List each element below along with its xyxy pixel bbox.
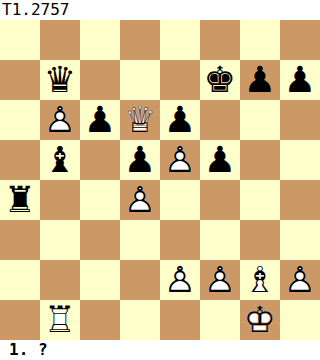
- square-a1[interactable]: [0, 300, 40, 340]
- square-a3[interactable]: [0, 220, 40, 260]
- piece-outline-layer: ♙: [160, 260, 200, 300]
- piece-outline-layer: ♗: [240, 260, 280, 300]
- piece-black-pawn: ♟: [80, 100, 120, 140]
- square-g5[interactable]: [240, 140, 280, 180]
- square-b4[interactable]: [40, 180, 80, 220]
- piece-white-king: ♚♔: [240, 300, 280, 340]
- square-e4[interactable]: [160, 180, 200, 220]
- piece-white-pawn: ♟♙: [160, 260, 200, 300]
- square-g3[interactable]: [240, 220, 280, 260]
- square-f6[interactable]: [200, 100, 240, 140]
- piece-glyph: ♟: [120, 140, 160, 180]
- piece-outline-layer: ♙: [160, 140, 200, 180]
- piece-outline-layer: ♕: [120, 100, 160, 140]
- piece-glyph: ♝: [40, 140, 80, 180]
- piece-glyph: ♟: [160, 100, 200, 140]
- square-c1[interactable]: [80, 300, 120, 340]
- square-f5[interactable]: ♟: [200, 140, 240, 180]
- square-d8[interactable]: [120, 20, 160, 60]
- square-d6[interactable]: ♛♕: [120, 100, 160, 140]
- square-b8[interactable]: [40, 20, 80, 60]
- square-e8[interactable]: [160, 20, 200, 60]
- piece-glyph: ♛: [40, 60, 80, 100]
- square-g6[interactable]: [240, 100, 280, 140]
- piece-white-pawn: ♟♙: [120, 180, 160, 220]
- move-prompt: 1. ?: [9, 340, 48, 360]
- piece-black-pawn: ♟: [280, 60, 320, 100]
- square-d3[interactable]: [120, 220, 160, 260]
- piece-outline-layer: ♙: [120, 180, 160, 220]
- piece-white-pawn: ♟♙: [160, 140, 200, 180]
- square-c5[interactable]: [80, 140, 120, 180]
- square-h7[interactable]: ♟: [280, 60, 320, 100]
- square-d7[interactable]: [120, 60, 160, 100]
- square-e2[interactable]: ♟♙: [160, 260, 200, 300]
- square-g8[interactable]: [240, 20, 280, 60]
- piece-outline-layer: ♙: [40, 100, 80, 140]
- square-b2[interactable]: [40, 260, 80, 300]
- square-a4[interactable]: ♜: [0, 180, 40, 220]
- square-a2[interactable]: [0, 260, 40, 300]
- piece-white-pawn: ♟♙: [200, 260, 240, 300]
- square-c6[interactable]: ♟: [80, 100, 120, 140]
- square-d1[interactable]: [120, 300, 160, 340]
- piece-glyph: ♜: [0, 180, 40, 220]
- square-d4[interactable]: ♟♙: [120, 180, 160, 220]
- square-g2[interactable]: ♝♗: [240, 260, 280, 300]
- puzzle-id: T1.2757: [2, 0, 69, 20]
- square-f4[interactable]: [200, 180, 240, 220]
- piece-outline-layer: ♙: [280, 260, 320, 300]
- piece-black-bishop: ♝: [40, 140, 80, 180]
- square-f8[interactable]: [200, 20, 240, 60]
- square-c2[interactable]: [80, 260, 120, 300]
- square-b5[interactable]: ♝: [40, 140, 80, 180]
- square-b6[interactable]: ♟♙: [40, 100, 80, 140]
- square-f1[interactable]: [200, 300, 240, 340]
- square-a6[interactable]: [0, 100, 40, 140]
- piece-glyph: ♟: [200, 140, 240, 180]
- piece-black-rook: ♜: [0, 180, 40, 220]
- square-d5[interactable]: ♟: [120, 140, 160, 180]
- piece-black-king: ♚: [200, 60, 240, 100]
- piece-white-pawn: ♟♙: [40, 100, 80, 140]
- piece-black-pawn: ♟: [200, 140, 240, 180]
- square-g1[interactable]: ♚♔: [240, 300, 280, 340]
- square-g4[interactable]: [240, 180, 280, 220]
- piece-black-pawn: ♟: [240, 60, 280, 100]
- square-b3[interactable]: [40, 220, 80, 260]
- piece-outline-layer: ♖: [40, 300, 80, 340]
- square-h6[interactable]: [280, 100, 320, 140]
- piece-outline-layer: ♔: [240, 300, 280, 340]
- square-g7[interactable]: ♟: [240, 60, 280, 100]
- piece-glyph: ♟: [240, 60, 280, 100]
- square-f2[interactable]: ♟♙: [200, 260, 240, 300]
- square-h2[interactable]: ♟♙: [280, 260, 320, 300]
- piece-black-pawn: ♟: [160, 100, 200, 140]
- piece-white-queen: ♛♕: [120, 100, 160, 140]
- square-e1[interactable]: [160, 300, 200, 340]
- piece-outline-layer: ♙: [200, 260, 240, 300]
- piece-black-queen: ♛: [40, 60, 80, 100]
- square-h4[interactable]: [280, 180, 320, 220]
- square-h1[interactable]: [280, 300, 320, 340]
- square-c3[interactable]: [80, 220, 120, 260]
- square-f7[interactable]: ♚: [200, 60, 240, 100]
- square-h8[interactable]: [280, 20, 320, 60]
- piece-glyph: ♟: [80, 100, 120, 140]
- piece-glyph: ♟: [280, 60, 320, 100]
- chess-diagram-page: T1.2757 ♛♚♟♟♟♙♟♛♕♟♝♟♟♙♟♜♟♙♟♙♟♙♝♗♟♙♜♖♚♔ 1…: [0, 0, 320, 360]
- square-b1[interactable]: ♜♖: [40, 300, 80, 340]
- piece-white-bishop: ♝♗: [240, 260, 280, 300]
- square-a7[interactable]: [0, 60, 40, 100]
- square-f3[interactable]: [200, 220, 240, 260]
- square-h5[interactable]: [280, 140, 320, 180]
- square-c8[interactable]: [80, 20, 120, 60]
- square-b7[interactable]: ♛: [40, 60, 80, 100]
- piece-white-pawn: ♟♙: [280, 260, 320, 300]
- square-a8[interactable]: [0, 20, 40, 60]
- square-e6[interactable]: ♟: [160, 100, 200, 140]
- square-e3[interactable]: [160, 220, 200, 260]
- piece-white-rook: ♜♖: [40, 300, 80, 340]
- square-h3[interactable]: [280, 220, 320, 260]
- square-e5[interactable]: ♟♙: [160, 140, 200, 180]
- piece-black-pawn: ♟: [120, 140, 160, 180]
- chess-board: ♛♚♟♟♟♙♟♛♕♟♝♟♟♙♟♜♟♙♟♙♟♙♝♗♟♙♜♖♚♔: [0, 20, 320, 340]
- square-c4[interactable]: [80, 180, 120, 220]
- square-d2[interactable]: [120, 260, 160, 300]
- square-c7[interactable]: [80, 60, 120, 100]
- square-e7[interactable]: [160, 60, 200, 100]
- square-a5[interactable]: [0, 140, 40, 180]
- piece-glyph: ♚: [200, 60, 240, 100]
